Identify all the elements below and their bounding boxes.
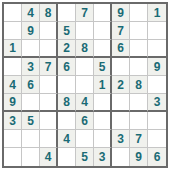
sudoku-cell-r5c6: 1 [94, 76, 112, 94]
sudoku-cell-r1c8[interactable] [130, 4, 148, 22]
sudoku-cell-r2c8[interactable] [130, 22, 148, 40]
sudoku-cell-r3c6[interactable] [94, 40, 112, 58]
sudoku-cell-r5c5[interactable] [76, 76, 94, 94]
sudoku-cell-r4c4: 6 [58, 58, 76, 76]
sudoku-cell-r4c6: 5 [94, 58, 112, 76]
sudoku-cell-r9c3: 4 [40, 148, 58, 166]
sudoku-cell-r8c7: 3 [112, 130, 130, 148]
sudoku-cell-r7c6[interactable] [94, 112, 112, 130]
sudoku-cell-r2c3[interactable] [40, 22, 58, 40]
sudoku-cell-r3c9[interactable] [148, 40, 166, 58]
sudoku-cell-r1c5: 7 [76, 4, 94, 22]
sudoku-cell-r9c2[interactable] [22, 148, 40, 166]
sudoku-cell-r8c4: 4 [58, 130, 76, 148]
sudoku-cell-r8c5[interactable] [76, 130, 94, 148]
sudoku-cell-r9c1[interactable] [4, 148, 22, 166]
sudoku-cell-r4c5[interactable] [76, 58, 94, 76]
sudoku-cell-r3c7: 6 [112, 40, 130, 58]
sudoku-cell-r8c1[interactable] [4, 130, 22, 148]
sudoku-cell-r6c4: 8 [58, 94, 76, 112]
sudoku-cell-r8c8: 7 [130, 130, 148, 148]
sudoku-cell-r5c1: 4 [4, 76, 22, 94]
sudoku-cell-r7c9[interactable] [148, 112, 166, 130]
sudoku-cell-r1c7: 9 [112, 4, 130, 22]
sudoku-cell-r3c1: 1 [4, 40, 22, 58]
sudoku-cell-r4c7[interactable] [112, 58, 130, 76]
sudoku-cell-r4c8[interactable] [130, 58, 148, 76]
sudoku-cell-r1c1[interactable] [4, 4, 22, 22]
sudoku-cell-r6c3[interactable] [40, 94, 58, 112]
sudoku-cell-r3c8[interactable] [130, 40, 148, 58]
sudoku-cell-r2c4: 5 [58, 22, 76, 40]
sudoku-cell-r5c9[interactable] [148, 76, 166, 94]
sudoku-cell-r8c3[interactable] [40, 130, 58, 148]
sudoku-cell-r7c3[interactable] [40, 112, 58, 130]
sudoku-cell-r5c3[interactable] [40, 76, 58, 94]
sudoku-cell-r3c2[interactable] [22, 40, 40, 58]
sudoku-cell-r6c1: 9 [4, 94, 22, 112]
sudoku-cell-r9c4[interactable] [58, 148, 76, 166]
sudoku-cell-r2c9[interactable] [148, 22, 166, 40]
sudoku-cell-r7c5: 6 [76, 112, 94, 130]
sudoku-cell-r9c6: 3 [94, 148, 112, 166]
sudoku-cell-r2c6[interactable] [94, 22, 112, 40]
sudoku-cell-r7c2: 5 [22, 112, 40, 130]
sudoku-cell-r7c4[interactable] [58, 112, 76, 130]
sudoku-cell-r3c4: 2 [58, 40, 76, 58]
sudoku-cell-r1c4[interactable] [58, 4, 76, 22]
sudoku-cell-r6c9: 3 [148, 94, 166, 112]
sudoku-cell-r1c9: 1 [148, 4, 166, 22]
sudoku-cell-r8c9[interactable] [148, 130, 166, 148]
sudoku-cell-r9c7[interactable] [112, 148, 130, 166]
sudoku-cell-r5c7: 2 [112, 76, 130, 94]
sudoku-cell-r7c7[interactable] [112, 112, 130, 130]
sudoku-cell-r6c6[interactable] [94, 94, 112, 112]
sudoku-cell-r1c2: 4 [22, 4, 40, 22]
sudoku-cell-r2c1[interactable] [4, 22, 22, 40]
sudoku-cell-r8c2[interactable] [22, 130, 40, 148]
sudoku-board: 4879195712863765946128984335643745396 [2, 2, 168, 168]
sudoku-cell-r4c2: 3 [22, 58, 40, 76]
sudoku-cell-r4c9: 9 [148, 58, 166, 76]
sudoku-cell-r5c8: 8 [130, 76, 148, 94]
sudoku-cell-r7c1: 3 [4, 112, 22, 130]
sudoku-cell-r6c2[interactable] [22, 94, 40, 112]
sudoku-cell-r8c6[interactable] [94, 130, 112, 148]
sudoku-cell-r1c6[interactable] [94, 4, 112, 22]
sudoku-cell-r6c8[interactable] [130, 94, 148, 112]
sudoku-cell-r2c7: 7 [112, 22, 130, 40]
sudoku-cell-r5c4[interactable] [58, 76, 76, 94]
sudoku-cell-r5c2: 6 [22, 76, 40, 94]
sudoku-cell-r1c3: 8 [40, 4, 58, 22]
sudoku-cell-r9c8: 9 [130, 148, 148, 166]
sudoku-cell-r3c5: 8 [76, 40, 94, 58]
sudoku-cell-r9c5: 5 [76, 148, 94, 166]
sudoku-cell-r6c5: 4 [76, 94, 94, 112]
sudoku-widget: 4879195712863765946128984335643745396 [0, 0, 170, 170]
sudoku-cell-r7c8[interactable] [130, 112, 148, 130]
sudoku-cell-r4c3: 7 [40, 58, 58, 76]
sudoku-cell-r9c9: 6 [148, 148, 166, 166]
sudoku-cell-r2c5[interactable] [76, 22, 94, 40]
sudoku-cell-r6c7[interactable] [112, 94, 130, 112]
sudoku-cell-r3c3[interactable] [40, 40, 58, 58]
sudoku-cell-r2c2: 9 [22, 22, 40, 40]
sudoku-cell-r4c1[interactable] [4, 58, 22, 76]
